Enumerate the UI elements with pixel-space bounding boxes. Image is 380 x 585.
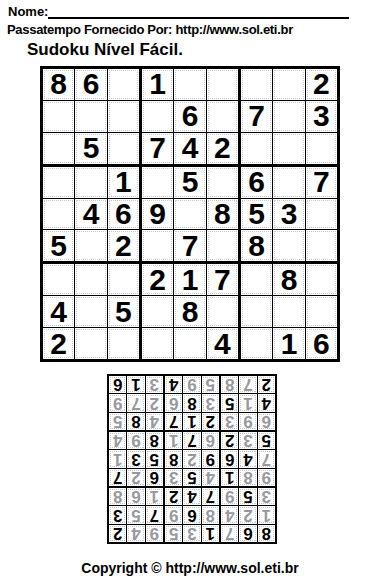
board-cell-r8c4 xyxy=(142,296,173,327)
board-cell-r3c8 xyxy=(273,133,304,164)
board-cell-r6c6 xyxy=(207,230,238,261)
solution-cell-r5c3: 6 xyxy=(221,450,238,467)
solution-cell-r8c8: 7 xyxy=(127,394,144,411)
solution-cell-r9c1: 2 xyxy=(258,376,275,393)
solution-cell-r4c5: 5 xyxy=(183,469,200,486)
board-cell-r2c2 xyxy=(75,101,106,132)
board-cell-r5c5 xyxy=(174,199,205,230)
board-cell-r2c3 xyxy=(108,101,139,132)
solution-cell-r5c4: 9 xyxy=(202,450,219,467)
solution-cell-r7c8: 8 xyxy=(127,413,144,430)
name-row: Nome: xyxy=(8,3,349,19)
board-cell-r6c7: 8 xyxy=(241,230,272,261)
solution-box-3: 942753168 xyxy=(109,488,163,542)
solution-cell-r2c3: 4 xyxy=(221,506,238,523)
solution-cell-r8c7: 2 xyxy=(146,394,163,411)
board-cell-r2c1 xyxy=(43,101,74,132)
board-cell-r7c1 xyxy=(43,264,74,295)
solution-cell-r1c2: 6 xyxy=(239,525,256,542)
solution-cell-r7c3: 3 xyxy=(221,413,238,430)
board-cell-r3c6: 2 xyxy=(207,133,238,164)
solution-cell-r4c7: 6 xyxy=(146,469,163,486)
solution-cell-r8c9: 9 xyxy=(109,394,126,411)
board-cell-r2c8 xyxy=(273,101,304,132)
solution-box-4: 981746532 xyxy=(221,432,275,486)
board-cell-r7c6: 7 xyxy=(207,264,238,295)
board-cell-r2c4 xyxy=(142,101,173,132)
solution-cell-r2c5: 6 xyxy=(183,506,200,523)
board-cell-r8c5: 8 xyxy=(174,296,205,327)
solution-cell-r3c3: 9 xyxy=(221,488,238,505)
solution-cell-r9c4: 5 xyxy=(202,376,219,393)
solution-cell-r1c6: 5 xyxy=(165,525,182,542)
board-cell-r7c9 xyxy=(306,264,337,295)
name-label: Nome: xyxy=(8,4,48,19)
board-cell-r3c4: 7 xyxy=(142,133,173,164)
solution-cell-r9c2: 7 xyxy=(239,376,256,393)
solution-box-6: 627531894 xyxy=(109,432,163,486)
solution-cell-r2c1: 1 xyxy=(258,506,275,523)
board-cell-r9c5 xyxy=(174,328,205,359)
solution-cell-r3c1: 3 xyxy=(258,488,275,505)
solution-box-5: 453928671 xyxy=(165,432,219,486)
board-cell-r4c5: 5 xyxy=(174,167,205,198)
solution-cell-r1c7: 9 xyxy=(146,525,163,542)
board-cell-r5c6: 8 xyxy=(207,199,238,230)
solution-cell-r3c5: 4 xyxy=(183,488,200,505)
board-cell-r9c9: 6 xyxy=(306,328,337,359)
board-cell-r1c2: 6 xyxy=(75,69,106,100)
board-cell-r7c3 xyxy=(108,264,139,295)
board-cell-r1c9: 2 xyxy=(306,69,337,100)
solution-cell-r4c6: 3 xyxy=(165,469,182,486)
solution-cell-r1c9: 2 xyxy=(109,525,126,542)
name-fill-line xyxy=(48,3,349,19)
solution-cell-r3c4: 7 xyxy=(202,488,219,505)
board-cell-r1c4: 1 xyxy=(142,69,173,100)
solution-cell-r4c8: 2 xyxy=(127,469,144,486)
solution-cell-r3c7: 1 xyxy=(146,488,163,505)
solution-cell-r6c4: 6 xyxy=(202,432,219,449)
solution-cell-r4c2: 8 xyxy=(239,469,256,486)
board-cell-r3c3 xyxy=(108,133,139,164)
solution-cell-r9c9: 6 xyxy=(109,376,126,393)
solution-cell-r8c6: 6 xyxy=(165,394,182,411)
board-cell-r5c1 xyxy=(43,199,74,230)
board-cell-r5c9 xyxy=(306,199,337,230)
solution-cell-r3c9: 8 xyxy=(109,488,126,505)
solution-cell-r6c7: 8 xyxy=(146,432,163,449)
board-cell-r9c6: 4 xyxy=(207,328,238,359)
copyright: Copyright © http://www.sol.eti.br xyxy=(0,560,380,576)
solution-cell-r2c4: 8 xyxy=(202,506,219,523)
board-box-1: 865 xyxy=(43,69,139,164)
solution-cell-r6c8: 9 xyxy=(127,432,144,449)
board-cell-r8c6 xyxy=(207,296,238,327)
solution-cell-r8c4: 3 xyxy=(202,394,219,411)
board-cell-r2c5: 6 xyxy=(174,101,205,132)
solution-cell-r4c3: 1 xyxy=(221,469,238,486)
board-cell-r6c3: 2 xyxy=(108,230,139,261)
board-cell-r7c7 xyxy=(241,264,272,295)
board-cell-r5c8: 3 xyxy=(273,199,304,230)
solution-cell-r6c3: 2 xyxy=(221,432,238,449)
board-cell-r6c2 xyxy=(75,230,106,261)
sudoku-board: 865167422731465259876753845221784816 xyxy=(40,66,340,362)
solution-cell-r9c3: 8 xyxy=(221,376,238,393)
board-cell-r7c8: 8 xyxy=(273,264,304,295)
solution-cell-r6c2: 3 xyxy=(239,432,256,449)
board-cell-r8c3: 5 xyxy=(108,296,139,327)
board-box-6: 67538 xyxy=(241,167,337,262)
solution-cell-r7c1: 6 xyxy=(258,413,275,430)
board-cell-r4c6 xyxy=(207,167,238,198)
page-title: Sudoku Nível Fácil. xyxy=(27,40,183,60)
board-cell-r1c5 xyxy=(174,69,205,100)
solution-cell-r7c9: 5 xyxy=(109,413,126,430)
board-box-2: 16742 xyxy=(142,69,238,164)
board-cell-r2c7: 7 xyxy=(241,101,272,132)
solution-box-8: 217386594 xyxy=(165,376,219,430)
solution-cell-r1c8: 4 xyxy=(127,525,144,542)
provider-line: Passatempo Fornecido Por: http://www.sol… xyxy=(7,22,293,37)
board-cell-r8c8 xyxy=(273,296,304,327)
solution-cell-r5c1: 7 xyxy=(258,450,275,467)
board-cell-r5c7: 5 xyxy=(241,199,272,230)
solution-box-7: 693415278 xyxy=(221,376,275,430)
board-cell-r1c6 xyxy=(207,69,238,100)
solution-cell-r5c7: 5 xyxy=(146,450,163,467)
board-cell-r6c9 xyxy=(306,230,337,261)
board-cell-r2c9: 3 xyxy=(306,101,337,132)
board-cell-r6c5: 7 xyxy=(174,230,205,261)
board-cell-r7c2 xyxy=(75,264,106,295)
board-cell-r1c8 xyxy=(273,69,304,100)
solution-cell-r2c2: 2 xyxy=(239,506,256,523)
board-cell-r6c4 xyxy=(142,230,173,261)
solution-cell-r1c1: 8 xyxy=(258,525,275,542)
board-cell-r9c8: 1 xyxy=(273,328,304,359)
board-cell-r8c7 xyxy=(241,296,272,327)
solution-cell-r4c1: 9 xyxy=(258,469,275,486)
solution-cell-r7c5: 1 xyxy=(183,413,200,430)
board-cell-r7c4: 2 xyxy=(142,264,173,295)
board-cell-r3c2: 5 xyxy=(75,133,106,164)
board-cell-r9c7 xyxy=(241,328,272,359)
board-cell-r8c2 xyxy=(75,296,106,327)
solution-cell-r5c6: 8 xyxy=(165,450,182,467)
solution-cell-r9c7: 3 xyxy=(146,376,163,393)
board-box-9: 816 xyxy=(241,264,337,359)
board-box-8: 21784 xyxy=(142,264,238,359)
board-cell-r2c6 xyxy=(207,101,238,132)
board-cell-r9c2 xyxy=(75,328,106,359)
solution-cell-r6c1: 5 xyxy=(258,432,275,449)
board-box-7: 452 xyxy=(43,264,139,359)
board-box-4: 14652 xyxy=(43,167,139,262)
solution-box-1: 867124359 xyxy=(221,488,275,542)
sudoku-sheet: Nome: Passatempo Fornecido Por: http://w… xyxy=(0,0,380,585)
solution-cell-r2c7: 7 xyxy=(146,506,163,523)
board-cell-r1c7 xyxy=(241,69,272,100)
solution-cell-r3c2: 5 xyxy=(239,488,256,505)
solution-cell-r7c2: 9 xyxy=(239,413,256,430)
solution-board-rotated: 8671243591358697429427531689817465324539… xyxy=(107,374,277,544)
board-box-5: 5987 xyxy=(142,167,238,262)
board-cell-r9c4 xyxy=(142,328,173,359)
solution-cell-r7c4: 2 xyxy=(202,413,219,430)
solution-box-9: 485279316 xyxy=(109,376,163,430)
board-box-3: 273 xyxy=(241,69,337,164)
solution-cell-r1c3: 7 xyxy=(221,525,238,542)
board-cell-r4c3: 1 xyxy=(108,167,139,198)
board-cell-r5c4: 9 xyxy=(142,199,173,230)
board-cell-r4c8 xyxy=(273,167,304,198)
solution-cell-r7c7: 4 xyxy=(146,413,163,430)
board-cell-r9c1: 2 xyxy=(43,328,74,359)
solution-cell-r5c2: 4 xyxy=(239,450,256,467)
board-cell-r3c5: 4 xyxy=(174,133,205,164)
solution-cell-r5c9: 1 xyxy=(109,450,126,467)
solution-cell-r5c8: 3 xyxy=(127,450,144,467)
solution-cell-r8c3: 5 xyxy=(221,394,238,411)
board-cell-r5c3: 6 xyxy=(108,199,139,230)
solution-cell-r2c6: 9 xyxy=(165,506,182,523)
solution-cell-r6c6: 1 xyxy=(165,432,182,449)
solution-cell-r5c5: 2 xyxy=(183,450,200,467)
solution-cell-r1c5: 3 xyxy=(183,525,200,542)
board-cell-r6c8 xyxy=(273,230,304,261)
board-cell-r3c1 xyxy=(43,133,74,164)
solution-cell-r3c8: 6 xyxy=(127,488,144,505)
board-cell-r5c2: 4 xyxy=(75,199,106,230)
board-cell-r4c9: 7 xyxy=(306,167,337,198)
board-cell-r8c1: 4 xyxy=(43,296,74,327)
solution-cell-r9c6: 4 xyxy=(165,376,182,393)
board-cell-r3c9 xyxy=(306,133,337,164)
solution-cell-r2c9: 3 xyxy=(109,506,126,523)
board-cell-r6c1: 5 xyxy=(43,230,74,261)
solution-cell-r9c5: 9 xyxy=(183,376,200,393)
board-cell-r3c7 xyxy=(241,133,272,164)
solution-cell-r8c2: 1 xyxy=(239,394,256,411)
solution-cell-r9c8: 1 xyxy=(127,376,144,393)
solution-cell-r8c1: 4 xyxy=(258,394,275,411)
solution-cell-r4c9: 7 xyxy=(109,469,126,486)
solution-cell-r2c8: 5 xyxy=(127,506,144,523)
board-cell-r4c7: 6 xyxy=(241,167,272,198)
solution-cell-r6c9: 4 xyxy=(109,432,126,449)
solution-cell-r6c5: 7 xyxy=(183,432,200,449)
solution-box-2: 135869742 xyxy=(165,488,219,542)
board-cell-r4c2 xyxy=(75,167,106,198)
solution-cell-r4c4: 4 xyxy=(202,469,219,486)
board-cell-r9c3 xyxy=(108,328,139,359)
board-cell-r8c9 xyxy=(306,296,337,327)
solution-cell-r1c4: 1 xyxy=(202,525,219,542)
solution-cell-r8c5: 8 xyxy=(183,394,200,411)
board-cell-r1c1: 8 xyxy=(43,69,74,100)
board-cell-r4c4 xyxy=(142,167,173,198)
board-cell-r4c1 xyxy=(43,167,74,198)
solution-cell-r7c6: 7 xyxy=(165,413,182,430)
board-cell-r1c3 xyxy=(108,69,139,100)
board-cell-r7c5: 1 xyxy=(174,264,205,295)
solution-cell-r3c6: 2 xyxy=(165,488,182,505)
